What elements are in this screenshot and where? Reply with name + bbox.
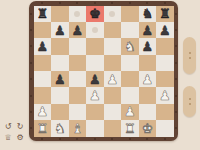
frame-coordinate-marker bbox=[30, 95, 32, 97]
frame-coordinate-marker bbox=[175, 62, 177, 64]
frame-coordinate-marker bbox=[30, 111, 32, 113]
settings-icon[interactable]: ⚙ bbox=[14, 132, 26, 143]
piece-white-rook[interactable]: ♜ bbox=[124, 121, 136, 134]
frame-coordinate-marker bbox=[175, 127, 177, 129]
piece-black-pawn[interactable]: ♟ bbox=[89, 72, 101, 85]
piece-black-rook[interactable]: ♜ bbox=[36, 7, 48, 20]
piece-black-pawn[interactable]: ♟ bbox=[54, 72, 66, 85]
square-d2[interactable] bbox=[86, 104, 104, 120]
square-a7[interactable] bbox=[34, 22, 52, 38]
frame-coordinate-marker bbox=[111, 138, 113, 140]
frame-coordinate-marker bbox=[30, 45, 32, 47]
game-toolbar: ↺↻♕⚙ bbox=[2, 121, 26, 143]
square-f8[interactable] bbox=[121, 6, 139, 22]
crown-icon[interactable]: ♕ bbox=[2, 132, 14, 143]
square-b3[interactable] bbox=[51, 87, 69, 103]
square-b4[interactable]: ♟ bbox=[51, 71, 69, 87]
piece-white-pawn[interactable]: ♟ bbox=[36, 105, 48, 118]
square-d3[interactable]: ♟ bbox=[86, 87, 104, 103]
square-c4[interactable] bbox=[69, 71, 87, 87]
move-hint-dot bbox=[92, 27, 98, 33]
square-e4[interactable]: ♟ bbox=[104, 71, 122, 87]
chess-board: ♜♚♞♜♟♟♟♟♟♞♟♟♟♟♟♟♟♟♟♜♞♝♜♚ bbox=[29, 1, 178, 141]
square-d5[interactable] bbox=[86, 55, 104, 71]
square-e3[interactable] bbox=[104, 87, 122, 103]
frame-coordinate-marker bbox=[164, 2, 166, 4]
piece-black-pawn[interactable]: ♟ bbox=[159, 23, 171, 36]
square-a4[interactable] bbox=[34, 71, 52, 87]
pill-dot bbox=[189, 52, 191, 54]
square-a2[interactable]: ♟ bbox=[34, 104, 52, 120]
square-g1[interactable]: ♚ bbox=[139, 120, 157, 136]
square-d8[interactable]: ♚ bbox=[86, 6, 104, 22]
piece-white-rook[interactable]: ♜ bbox=[36, 121, 48, 134]
square-c6[interactable] bbox=[69, 38, 87, 54]
frame-coordinate-marker bbox=[175, 45, 177, 47]
frame-coordinate-marker bbox=[76, 138, 78, 140]
square-a3[interactable] bbox=[34, 87, 52, 103]
square-b6[interactable] bbox=[51, 38, 69, 54]
frame-coordinate-marker bbox=[175, 95, 177, 97]
square-e6[interactable] bbox=[104, 38, 122, 54]
square-e7[interactable] bbox=[104, 22, 122, 38]
square-a6[interactable]: ♟ bbox=[34, 38, 52, 54]
pill-dot bbox=[189, 57, 191, 59]
square-a5[interactable] bbox=[34, 55, 52, 71]
square-c1[interactable]: ♝ bbox=[69, 120, 87, 136]
square-g8[interactable]: ♞ bbox=[139, 6, 157, 22]
square-h5[interactable] bbox=[156, 55, 174, 71]
square-e2[interactable] bbox=[104, 104, 122, 120]
square-a8[interactable]: ♜ bbox=[34, 6, 52, 22]
frame-coordinate-marker bbox=[175, 111, 177, 113]
piece-black-pawn[interactable]: ♟ bbox=[36, 39, 48, 52]
square-f3[interactable] bbox=[121, 87, 139, 103]
piece-white-pawn[interactable]: ♟ bbox=[141, 72, 153, 85]
frame-coordinate-marker bbox=[41, 138, 43, 140]
undo-icon[interactable]: ↺ bbox=[2, 121, 14, 132]
square-f6[interactable]: ♞ bbox=[121, 38, 139, 54]
square-f1[interactable]: ♜ bbox=[121, 120, 139, 136]
frame-coordinate-marker bbox=[94, 138, 96, 140]
square-g7[interactable]: ♟ bbox=[139, 22, 157, 38]
square-c7[interactable]: ♟ bbox=[69, 22, 87, 38]
square-c8[interactable] bbox=[69, 6, 87, 22]
square-h8[interactable]: ♜ bbox=[156, 6, 174, 22]
redo-icon[interactable]: ↻ bbox=[14, 121, 26, 132]
side-panel-button-top[interactable] bbox=[183, 37, 196, 74]
square-g3[interactable] bbox=[139, 87, 157, 103]
square-f2[interactable]: ♟ bbox=[121, 104, 139, 120]
move-hint-dot bbox=[109, 11, 115, 17]
frame-coordinate-marker bbox=[94, 2, 96, 4]
square-f4[interactable] bbox=[121, 71, 139, 87]
frame-coordinate-marker bbox=[30, 13, 32, 15]
pill-dot bbox=[189, 98, 191, 100]
square-b1[interactable]: ♞ bbox=[51, 120, 69, 136]
frame-coordinate-marker bbox=[146, 138, 148, 140]
board-grid: ♜♚♞♜♟♟♟♟♟♞♟♟♟♟♟♟♟♟♟♜♞♝♜♚ bbox=[34, 6, 174, 137]
piece-black-pawn[interactable]: ♟ bbox=[54, 23, 66, 36]
piece-white-knight[interactable]: ♞ bbox=[124, 39, 136, 52]
square-b7[interactable]: ♟ bbox=[51, 22, 69, 38]
square-c5[interactable] bbox=[69, 55, 87, 71]
frame-coordinate-marker bbox=[30, 127, 32, 129]
square-f7[interactable] bbox=[121, 22, 139, 38]
frame-coordinate-marker bbox=[41, 2, 43, 4]
square-h4[interactable] bbox=[156, 71, 174, 87]
move-hint-dot bbox=[74, 11, 80, 17]
piece-black-king[interactable]: ♚ bbox=[89, 7, 101, 20]
frame-coordinate-marker bbox=[129, 2, 131, 4]
frame-coordinate-marker bbox=[59, 138, 61, 140]
square-d1[interactable] bbox=[86, 120, 104, 136]
square-b2[interactable] bbox=[51, 104, 69, 120]
frame-coordinate-marker bbox=[111, 2, 113, 4]
frame-coordinate-marker bbox=[175, 78, 177, 80]
frame-coordinate-marker bbox=[30, 78, 32, 80]
piece-black-pawn[interactable]: ♟ bbox=[141, 39, 153, 52]
frame-coordinate-marker bbox=[175, 29, 177, 31]
frame-coordinate-marker bbox=[164, 138, 166, 140]
piece-black-pawn[interactable]: ♟ bbox=[71, 23, 83, 36]
frame-coordinate-marker bbox=[76, 2, 78, 4]
piece-white-bishop[interactable]: ♝ bbox=[71, 121, 83, 134]
square-e1[interactable] bbox=[104, 120, 122, 136]
square-g4[interactable]: ♟ bbox=[139, 71, 157, 87]
piece-white-pawn[interactable]: ♟ bbox=[159, 89, 171, 102]
piece-white-pawn[interactable]: ♟ bbox=[124, 105, 136, 118]
square-e5[interactable] bbox=[104, 55, 122, 71]
frame-coordinate-marker bbox=[175, 13, 177, 15]
square-h1[interactable] bbox=[156, 120, 174, 136]
square-g5[interactable] bbox=[139, 55, 157, 71]
square-b8[interactable] bbox=[51, 6, 69, 22]
square-c2[interactable] bbox=[69, 104, 87, 120]
piece-white-pawn[interactable]: ♟ bbox=[106, 72, 118, 85]
square-g6[interactable]: ♟ bbox=[139, 38, 157, 54]
square-g2[interactable] bbox=[139, 104, 157, 120]
side-panel-button-bottom[interactable] bbox=[183, 86, 196, 117]
square-b5[interactable] bbox=[51, 55, 69, 71]
piece-black-rook[interactable]: ♜ bbox=[159, 7, 171, 20]
pill-dot bbox=[189, 103, 191, 105]
piece-white-king[interactable]: ♚ bbox=[141, 121, 153, 134]
chess-app-screen: ♜♚♞♜♟♟♟♟♟♞♟♟♟♟♟♟♟♟♟♜♞♝♜♚ ↺↻♕⚙ bbox=[0, 0, 200, 150]
frame-coordinate-marker bbox=[30, 62, 32, 64]
frame-coordinate-marker bbox=[30, 29, 32, 31]
square-f5[interactable] bbox=[121, 55, 139, 71]
square-a1[interactable]: ♜ bbox=[34, 120, 52, 136]
square-h3[interactable]: ♟ bbox=[156, 87, 174, 103]
square-h7[interactable]: ♟ bbox=[156, 22, 174, 38]
frame-coordinate-marker bbox=[129, 138, 131, 140]
square-c3[interactable] bbox=[69, 87, 87, 103]
piece-black-knight[interactable]: ♞ bbox=[141, 7, 153, 20]
square-d7[interactable] bbox=[86, 22, 104, 38]
square-d6[interactable] bbox=[86, 38, 104, 54]
square-d4[interactable]: ♟ bbox=[86, 71, 104, 87]
square-h6[interactable] bbox=[156, 38, 174, 54]
piece-black-pawn[interactable]: ♟ bbox=[141, 23, 153, 36]
piece-white-knight[interactable]: ♞ bbox=[54, 121, 66, 134]
frame-coordinate-marker bbox=[146, 2, 148, 4]
frame-coordinate-marker bbox=[59, 2, 61, 4]
piece-white-pawn[interactable]: ♟ bbox=[89, 89, 101, 102]
square-h2[interactable] bbox=[156, 104, 174, 120]
square-e8[interactable] bbox=[104, 6, 122, 22]
